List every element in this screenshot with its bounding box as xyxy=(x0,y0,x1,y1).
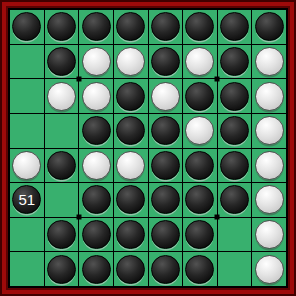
cell-h4[interactable] xyxy=(252,114,286,148)
cell-h3[interactable] xyxy=(252,79,286,113)
cell-d7[interactable] xyxy=(114,218,148,252)
cell-e7[interactable] xyxy=(149,218,183,252)
star-point xyxy=(77,215,82,220)
cell-e2[interactable] xyxy=(149,45,183,79)
cell-c7[interactable] xyxy=(79,218,113,252)
cell-g1[interactable] xyxy=(218,10,252,44)
cell-c8[interactable] xyxy=(79,252,113,286)
black-disc xyxy=(255,12,284,41)
black-disc xyxy=(185,12,214,41)
othello-board: 51 xyxy=(10,10,286,286)
cell-g7[interactable] xyxy=(218,218,252,252)
cell-h5[interactable] xyxy=(252,149,286,183)
black-disc xyxy=(116,116,145,145)
cell-f5[interactable] xyxy=(183,149,217,183)
black-disc xyxy=(185,82,214,111)
black-disc xyxy=(185,220,214,249)
cell-h6[interactable] xyxy=(252,183,286,217)
cell-d2[interactable] xyxy=(114,45,148,79)
cell-g4[interactable] xyxy=(218,114,252,148)
cell-f4[interactable] xyxy=(183,114,217,148)
cell-g8[interactable] xyxy=(218,252,252,286)
cell-a3[interactable] xyxy=(10,79,44,113)
black-disc xyxy=(220,151,249,180)
star-point xyxy=(77,77,82,82)
black-disc xyxy=(12,12,41,41)
star-point xyxy=(215,77,220,82)
white-disc xyxy=(82,151,111,180)
white-disc xyxy=(255,47,284,76)
white-disc xyxy=(255,151,284,180)
cell-b2[interactable] xyxy=(45,45,79,79)
white-disc xyxy=(82,82,111,111)
cell-f7[interactable] xyxy=(183,218,217,252)
cell-g6[interactable] xyxy=(218,183,252,217)
black-disc xyxy=(151,47,180,76)
white-disc xyxy=(82,47,111,76)
black-disc xyxy=(220,12,249,41)
black-disc xyxy=(116,12,145,41)
black-disc xyxy=(151,12,180,41)
white-disc xyxy=(255,220,284,249)
cell-b3[interactable] xyxy=(45,79,79,113)
cell-a4[interactable] xyxy=(10,114,44,148)
black-disc xyxy=(116,220,145,249)
white-disc xyxy=(255,255,284,284)
cell-c2[interactable] xyxy=(79,45,113,79)
cell-d1[interactable] xyxy=(114,10,148,44)
last-move-number-label: 51 xyxy=(18,192,35,207)
cell-c5[interactable] xyxy=(79,149,113,183)
cell-a8[interactable] xyxy=(10,252,44,286)
black-disc xyxy=(82,116,111,145)
cell-d8[interactable] xyxy=(114,252,148,286)
cell-f2[interactable] xyxy=(183,45,217,79)
white-disc xyxy=(12,151,41,180)
cell-c1[interactable] xyxy=(79,10,113,44)
cell-e6[interactable] xyxy=(149,183,183,217)
white-disc xyxy=(47,82,76,111)
cell-b1[interactable] xyxy=(45,10,79,44)
cell-a7[interactable] xyxy=(10,218,44,252)
cell-g5[interactable] xyxy=(218,149,252,183)
black-disc xyxy=(151,255,180,284)
black-disc xyxy=(151,220,180,249)
black-disc xyxy=(82,220,111,249)
cell-a6[interactable]: 51 xyxy=(10,183,44,217)
black-disc xyxy=(82,12,111,41)
cell-b5[interactable] xyxy=(45,149,79,183)
white-disc xyxy=(116,151,145,180)
black-disc xyxy=(151,116,180,145)
black-disc: 51 xyxy=(12,185,41,214)
cell-h2[interactable] xyxy=(252,45,286,79)
white-disc xyxy=(116,47,145,76)
black-disc xyxy=(47,255,76,284)
cell-d6[interactable] xyxy=(114,183,148,217)
cell-a1[interactable] xyxy=(10,10,44,44)
cell-h7[interactable] xyxy=(252,218,286,252)
cell-f1[interactable] xyxy=(183,10,217,44)
black-disc xyxy=(185,151,214,180)
black-disc xyxy=(47,47,76,76)
cell-b7[interactable] xyxy=(45,218,79,252)
white-disc xyxy=(255,82,284,111)
black-disc xyxy=(47,151,76,180)
cell-d4[interactable] xyxy=(114,114,148,148)
cell-g2[interactable] xyxy=(218,45,252,79)
cell-e4[interactable] xyxy=(149,114,183,148)
cell-b8[interactable] xyxy=(45,252,79,286)
cell-e5[interactable] xyxy=(149,149,183,183)
cell-e3[interactable] xyxy=(149,79,183,113)
cell-f6[interactable] xyxy=(183,183,217,217)
board-area: 51 xyxy=(8,8,288,288)
black-disc xyxy=(116,255,145,284)
black-disc xyxy=(220,185,249,214)
black-disc xyxy=(47,220,76,249)
cell-b4[interactable] xyxy=(45,114,79,148)
cell-a5[interactable] xyxy=(10,149,44,183)
black-disc xyxy=(220,82,249,111)
cell-b6[interactable] xyxy=(45,183,79,217)
cell-c6[interactable] xyxy=(79,183,113,217)
white-disc xyxy=(151,82,180,111)
cell-e1[interactable] xyxy=(149,10,183,44)
cell-g3[interactable] xyxy=(218,79,252,113)
star-point xyxy=(215,215,220,220)
black-disc xyxy=(220,116,249,145)
cell-e8[interactable] xyxy=(149,252,183,286)
cell-f3[interactable] xyxy=(183,79,217,113)
black-disc xyxy=(185,255,214,284)
cell-h1[interactable] xyxy=(252,10,286,44)
white-disc xyxy=(255,116,284,145)
cell-a2[interactable] xyxy=(10,45,44,79)
white-disc xyxy=(185,116,214,145)
black-disc xyxy=(116,185,145,214)
cell-c3[interactable] xyxy=(79,79,113,113)
board-frame: 51 xyxy=(0,0,296,296)
black-disc xyxy=(47,12,76,41)
black-disc xyxy=(116,82,145,111)
black-disc xyxy=(151,185,180,214)
black-disc xyxy=(82,185,111,214)
cell-d3[interactable] xyxy=(114,79,148,113)
black-disc xyxy=(151,151,180,180)
white-disc xyxy=(255,185,284,214)
black-disc xyxy=(220,47,249,76)
cell-h8[interactable] xyxy=(252,252,286,286)
cell-c4[interactable] xyxy=(79,114,113,148)
black-disc xyxy=(185,185,214,214)
cell-f8[interactable] xyxy=(183,252,217,286)
white-disc xyxy=(185,47,214,76)
cell-d5[interactable] xyxy=(114,149,148,183)
black-disc xyxy=(82,255,111,284)
